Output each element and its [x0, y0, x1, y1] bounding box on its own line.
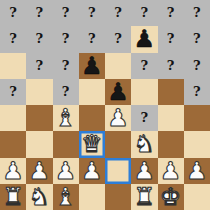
fog-question-mark: ? — [36, 0, 44, 26]
square-g2[interactable]: ♟ — [158, 158, 184, 184]
square-e3[interactable] — [105, 131, 131, 157]
fog-question-mark: ? — [167, 26, 175, 52]
square-g3[interactable] — [158, 131, 184, 157]
square-h4[interactable] — [184, 105, 210, 131]
fog-question-mark: ? — [88, 26, 96, 52]
square-c7[interactable]: ? — [53, 26, 79, 52]
white-pawn: ♟ — [107, 105, 129, 131]
fog-question-mark: ? — [9, 26, 17, 52]
square-f4[interactable]: ? — [131, 105, 157, 131]
square-c1[interactable]: ♝ — [53, 184, 79, 210]
square-b2[interactable]: ♟ — [26, 158, 52, 184]
fog-question-mark: ? — [88, 0, 96, 26]
square-c3[interactable] — [53, 131, 79, 157]
square-h1[interactable] — [184, 184, 210, 210]
square-c4[interactable]: ♝ — [53, 105, 79, 131]
square-f2[interactable]: ♟ — [131, 158, 157, 184]
square-d8[interactable]: ? — [79, 0, 105, 26]
square-d6[interactable]: ♟ — [79, 53, 105, 79]
square-g4[interactable] — [158, 105, 184, 131]
square-h3[interactable] — [184, 131, 210, 157]
square-c2[interactable]: ♟ — [53, 158, 79, 184]
square-a1[interactable]: ♜ — [0, 184, 26, 210]
white-pawn: ♟ — [160, 158, 182, 184]
square-f5[interactable] — [131, 79, 157, 105]
fog-question-mark: ? — [141, 105, 149, 131]
fog-question-mark: ? — [193, 79, 201, 105]
white-pawn: ♟ — [55, 158, 77, 184]
square-h8[interactable]: ? — [184, 0, 210, 26]
fog-question-mark: ? — [141, 53, 149, 79]
black-pawn: ♟ — [81, 53, 103, 79]
square-a3[interactable] — [0, 131, 26, 157]
square-f7[interactable]: ♟ — [131, 26, 157, 52]
square-b1[interactable]: ♞ — [26, 184, 52, 210]
square-e2[interactable] — [105, 158, 131, 184]
white-pawn: ♟ — [186, 158, 208, 184]
square-a2[interactable]: ♟ — [0, 158, 26, 184]
white-rook: ♜ — [134, 184, 156, 210]
fog-question-mark: ? — [167, 0, 175, 26]
square-e5[interactable]: ♟ — [105, 79, 131, 105]
square-e1[interactable] — [105, 184, 131, 210]
square-a5[interactable]: ? — [0, 79, 26, 105]
square-b4[interactable] — [26, 105, 52, 131]
fog-question-mark: ? — [62, 53, 70, 79]
fog-question-mark: ? — [193, 26, 201, 52]
square-g5[interactable] — [158, 79, 184, 105]
fog-question-mark: ? — [167, 53, 175, 79]
square-g6[interactable]: ? — [158, 53, 184, 79]
white-queen: ♛ — [81, 131, 103, 157]
square-a7[interactable]: ? — [0, 26, 26, 52]
fog-question-mark: ? — [36, 53, 44, 79]
white-pawn: ♟ — [2, 158, 24, 184]
white-pawn: ♟ — [134, 158, 156, 184]
square-g8[interactable]: ? — [158, 0, 184, 26]
fog-question-mark: ? — [62, 26, 70, 52]
square-f3[interactable]: ♞ — [131, 131, 157, 157]
square-b5[interactable] — [26, 79, 52, 105]
square-f6[interactable]: ? — [131, 53, 157, 79]
square-g1[interactable]: ♚ — [158, 184, 184, 210]
square-h6[interactable]: ? — [184, 53, 210, 79]
fog-question-mark: ? — [193, 53, 201, 79]
square-c8[interactable]: ? — [53, 0, 79, 26]
white-knight: ♞ — [29, 184, 51, 210]
square-b8[interactable]: ? — [26, 0, 52, 26]
fog-question-mark: ? — [62, 0, 70, 26]
square-e6[interactable] — [105, 53, 131, 79]
square-g7[interactable]: ? — [158, 26, 184, 52]
square-h5[interactable]: ? — [184, 79, 210, 105]
square-d4[interactable] — [79, 105, 105, 131]
fog-question-mark: ? — [36, 26, 44, 52]
white-rook: ♜ — [2, 184, 24, 210]
fog-question-mark: ? — [141, 0, 149, 26]
square-d1[interactable] — [79, 184, 105, 210]
white-king: ♚ — [160, 184, 182, 210]
square-b7[interactable]: ? — [26, 26, 52, 52]
square-d7[interactable]: ? — [79, 26, 105, 52]
square-a6[interactable] — [0, 53, 26, 79]
square-e7[interactable]: ? — [105, 26, 131, 52]
square-e8[interactable]: ? — [105, 0, 131, 26]
chess-board: ?????????????♟????♟?????♟?♝♟?♛♞♟♟♟♟♟♟♟♜♞… — [0, 0, 210, 210]
square-e4[interactable]: ♟ — [105, 105, 131, 131]
square-c6[interactable]: ? — [53, 53, 79, 79]
square-f8[interactable]: ? — [131, 0, 157, 26]
fog-question-mark: ? — [114, 0, 122, 26]
square-b6[interactable]: ? — [26, 53, 52, 79]
white-bishop: ♝ — [55, 105, 77, 131]
square-a8[interactable]: ? — [0, 0, 26, 26]
square-d5[interactable] — [79, 79, 105, 105]
square-a4[interactable] — [0, 105, 26, 131]
black-pawn: ♟ — [134, 26, 156, 52]
fog-question-mark: ? — [193, 0, 201, 26]
white-pawn: ♟ — [29, 158, 51, 184]
fog-question-mark: ? — [62, 79, 70, 105]
square-d3[interactable]: ♛ — [79, 131, 105, 157]
square-b3[interactable] — [26, 131, 52, 157]
square-d2[interactable]: ♟ — [79, 158, 105, 184]
white-pawn: ♟ — [81, 158, 103, 184]
square-h7[interactable]: ? — [184, 26, 210, 52]
white-bishop: ♝ — [55, 184, 77, 210]
fog-question-mark: ? — [9, 0, 17, 26]
white-knight: ♞ — [134, 131, 156, 157]
square-c5[interactable]: ? — [53, 79, 79, 105]
square-f1[interactable]: ♜ — [131, 184, 157, 210]
fog-question-mark: ? — [114, 26, 122, 52]
fog-question-mark: ? — [9, 79, 17, 105]
square-h2[interactable]: ♟ — [184, 158, 210, 184]
black-pawn: ♟ — [107, 79, 129, 105]
